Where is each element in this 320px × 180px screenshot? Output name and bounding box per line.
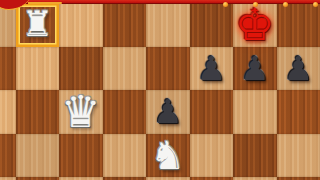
black-pawn[interactable]: ♟ [283,52,313,85]
gold-stud-icon [283,2,288,7]
square-h6[interactable] [277,90,320,134]
square-d6[interactable] [103,90,147,134]
square-g5[interactable] [233,134,277,178]
square-c5[interactable] [59,134,103,178]
black-king[interactable]: ♚ [235,3,274,47]
square-e7[interactable] [146,47,190,91]
game-screen: ♜♚♟♟♟♛♟♞ [0,0,320,180]
square-g8[interactable]: ♚ [233,3,277,47]
square-d7[interactable] [103,47,147,91]
square-h8[interactable] [277,3,320,47]
square-e8[interactable] [146,3,190,47]
gold-trim-line [28,2,62,4]
square-a5[interactable] [0,134,16,178]
gold-stud-icon [223,2,228,7]
black-pawn[interactable]: ♟ [153,95,183,128]
square-b6[interactable] [16,90,60,134]
black-pawn[interactable]: ♟ [196,52,226,85]
square-g7[interactable]: ♟ [233,47,277,91]
square-c4[interactable] [59,177,103,180]
square-b4[interactable] [16,177,60,180]
square-e6[interactable]: ♟ [146,90,190,134]
square-c7[interactable] [59,47,103,91]
gold-stud-icon [313,2,318,7]
square-c8[interactable] [59,3,103,47]
square-h7[interactable]: ♟ [277,47,320,91]
square-b7[interactable] [16,47,60,91]
square-e5[interactable]: ♞ [146,134,190,178]
square-f4[interactable] [190,177,234,180]
square-f5[interactable] [190,134,234,178]
black-pawn[interactable]: ♟ [240,52,270,85]
square-a6[interactable] [0,90,16,134]
square-a4[interactable] [0,177,16,180]
square-f8[interactable] [190,3,234,47]
square-h4[interactable] [277,177,320,180]
square-g4[interactable] [233,177,277,180]
square-d4[interactable] [103,177,147,180]
white-queen[interactable]: ♛ [61,90,100,134]
square-h5[interactable] [277,134,320,178]
square-d5[interactable] [103,134,147,178]
white-knight[interactable]: ♞ [150,136,185,175]
square-b8[interactable]: ♜ [16,3,60,47]
gold-stud-icon [253,2,258,7]
square-c6[interactable]: ♛ [59,90,103,134]
chess-board[interactable]: ♜♚♟♟♟♛♟♞ [0,3,320,180]
square-f7[interactable]: ♟ [190,47,234,91]
white-rook[interactable]: ♜ [22,7,53,42]
square-d8[interactable] [103,3,147,47]
square-g6[interactable] [233,90,277,134]
square-f6[interactable] [190,90,234,134]
square-a7[interactable] [0,47,16,91]
square-b5[interactable] [16,134,60,178]
